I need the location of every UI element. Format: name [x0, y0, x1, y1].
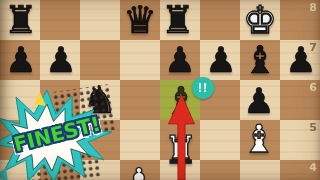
square-b8[interactable]	[40, 0, 80, 40]
square-b6[interactable]	[40, 80, 80, 120]
brilliant-move-badge: !!	[192, 77, 214, 99]
rank-label-6: 6	[309, 81, 317, 94]
black-pawn-f7[interactable]: ♟	[201, 40, 241, 80]
square-a6[interactable]	[0, 80, 40, 120]
black-bishop-g7[interactable]: ♝	[240, 40, 280, 80]
square-h5[interactable]: 5	[280, 120, 320, 160]
square-c8[interactable]	[80, 0, 120, 40]
square-d5[interactable]	[120, 120, 160, 160]
chess-thumbnail: 87654♜♛♜♚♟♟♟♟♝♟♞♝♟♜♝♟ !! FINEST!	[0, 0, 320, 180]
black-pawn-a7[interactable]: ♟	[1, 40, 41, 80]
square-c4[interactable]	[80, 160, 120, 180]
black-rook-a8[interactable]: ♜	[1, 0, 41, 40]
black-queen-d8[interactable]: ♛	[120, 0, 160, 40]
white-bishop-g5[interactable]: ♝	[239, 119, 279, 159]
square-b4[interactable]	[40, 160, 80, 180]
square-d6[interactable]	[120, 80, 160, 120]
white-king-g8[interactable]: ♚	[240, 0, 280, 40]
square-f8[interactable]	[200, 0, 240, 40]
black-pawn-b7[interactable]: ♟	[41, 40, 81, 80]
square-h6[interactable]: 6	[280, 80, 320, 120]
black-pawn-g6[interactable]: ♟	[239, 81, 279, 121]
square-d7[interactable]	[120, 40, 160, 80]
rank-label-4: 4	[309, 161, 317, 174]
rank-label-5: 5	[309, 121, 317, 134]
square-f5[interactable]	[200, 120, 240, 160]
chess-board[interactable]: 87654♜♛♜♚♟♟♟♟♝♟♞♝♟♜♝♟	[0, 0, 320, 180]
white-rook-e5[interactable]: ♜	[161, 130, 201, 170]
square-c7[interactable]	[80, 40, 120, 80]
square-h4[interactable]: 4	[280, 160, 320, 180]
black-pawn-e7[interactable]: ♟	[160, 40, 200, 80]
square-a4[interactable]	[0, 160, 40, 180]
black-pawn-h7[interactable]: ♟	[281, 40, 320, 80]
square-f4[interactable]	[200, 160, 240, 180]
rank-label-8: 8	[309, 1, 317, 14]
square-g4[interactable]	[240, 160, 280, 180]
black-rook-e8[interactable]: ♜	[158, 0, 198, 40]
square-h8[interactable]: 8	[280, 0, 320, 40]
white-pawn-d4[interactable]: ♟	[119, 161, 159, 180]
